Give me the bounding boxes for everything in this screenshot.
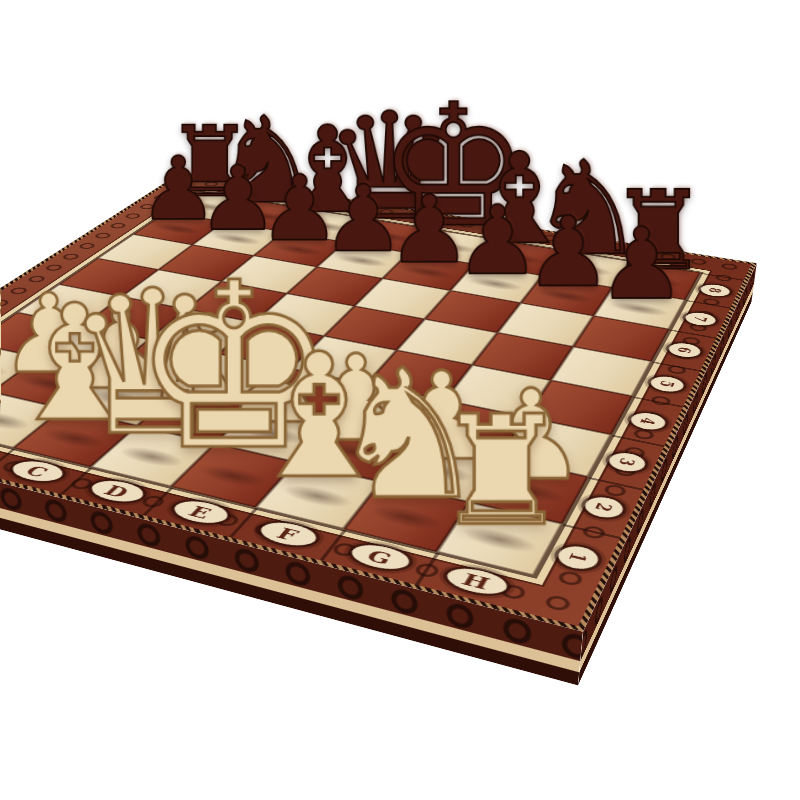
rank-medallion: 8: [698, 283, 732, 298]
rank-number: 8: [705, 287, 726, 294]
file-letter: E: [184, 502, 216, 522]
rank-number: 1: [564, 550, 594, 564]
chess-set-photo-scene: ABCDEFGH12345678 ♜♞♝♛♚♝♞♜♟♟♟♟♟♟♟♟♟♟♟♟♟♟♟…: [0, 0, 800, 800]
file-medallion: C: [5, 458, 70, 485]
file-medallion: D: [84, 477, 150, 506]
white-rook-h1: ♜: [393, 256, 611, 539]
file-letter: G: [363, 546, 397, 568]
file-medallion: H: [441, 564, 511, 599]
file-medallion: E: [167, 497, 234, 527]
file-letter: F: [272, 524, 303, 544]
rank-label-5: 5: [634, 361, 701, 406]
rank-medallion: 6: [666, 341, 703, 359]
rank-number: 5: [655, 379, 679, 388]
rook-glyph: ♜: [434, 395, 570, 547]
rank-number: 7: [690, 315, 712, 323]
rank-number: 4: [636, 416, 661, 426]
rank-medallion: 1: [554, 543, 603, 572]
rank-number: 6: [673, 346, 696, 355]
file-letter: D: [99, 481, 134, 500]
file-medallion: F: [254, 518, 322, 549]
rank-medallion: 5: [648, 374, 687, 394]
file-medallion: G: [345, 541, 414, 574]
chess-board-3d: ABCDEFGH12345678 ♜♞♝♛♚♝♞♜♟♟♟♟♟♟♟♟♟♟♟♟♟♟♟…: [0, 172, 757, 631]
rank-medallion: 7: [683, 311, 718, 328]
file-letter: H: [458, 569, 494, 593]
file-letter: C: [20, 462, 53, 480]
